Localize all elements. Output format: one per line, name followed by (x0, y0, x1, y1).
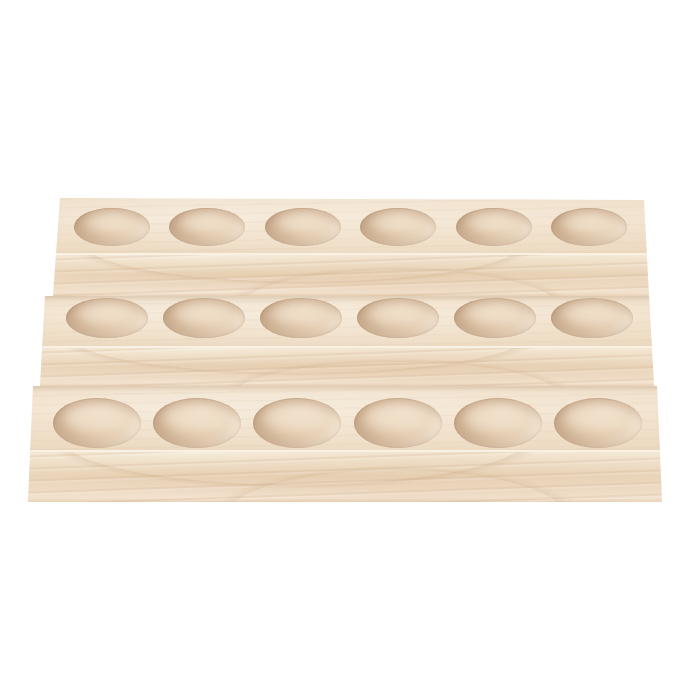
tier-top (53, 198, 649, 296)
tier-bottom-front-face (28, 450, 662, 502)
tier-top-surface (53, 198, 649, 255)
wooden-pit-board (0, 0, 700, 700)
pit-r3c1 (53, 398, 141, 448)
pit-r2c5 (454, 298, 536, 338)
tier-bottom-surface (28, 386, 662, 452)
pit-r1c6 (551, 208, 627, 246)
tier-bottom (28, 386, 662, 502)
pit-r1c3 (265, 208, 341, 246)
pit-r2c6 (551, 298, 633, 338)
pit-r2c4 (357, 298, 439, 338)
pit-r1c1 (74, 208, 150, 246)
pit-r1c4 (360, 208, 436, 246)
pit-r3c2 (153, 398, 241, 448)
pit-r3c5 (454, 398, 542, 448)
pit-r3c3 (253, 398, 341, 448)
pit-r3c4 (354, 398, 442, 448)
tier-middle (40, 296, 654, 386)
tier-middle-front-face (40, 346, 654, 386)
pit-r2c1 (66, 298, 148, 338)
tier-top-front-face (53, 253, 649, 296)
pit-row-middle (40, 296, 654, 350)
pit-r3c6 (554, 398, 642, 448)
product-photo-stage (0, 0, 700, 700)
tier-middle-surface (40, 296, 654, 348)
pit-r2c2 (163, 298, 245, 338)
pit-r1c5 (456, 208, 532, 246)
pit-r1c2 (169, 208, 245, 246)
pit-r2c3 (260, 298, 342, 338)
